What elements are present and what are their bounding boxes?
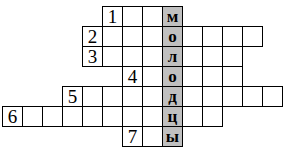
clue-cell-2[interactable]: 2	[82, 26, 103, 47]
grid-cell[interactable]	[122, 26, 143, 47]
grid-cell[interactable]	[102, 86, 123, 107]
clue-cell-4[interactable]: 4	[122, 66, 143, 87]
grid-cell[interactable]	[142, 26, 163, 47]
key-cell-м: м	[162, 6, 183, 27]
clue-cell-6[interactable]: 6	[2, 106, 23, 127]
grid-cell[interactable]	[222, 66, 243, 87]
grid-cell[interactable]	[202, 46, 223, 67]
grid-cell[interactable]	[62, 106, 83, 127]
grid-cell[interactable]	[142, 6, 163, 27]
key-cell-л: л	[162, 46, 183, 67]
grid-cell[interactable]	[142, 66, 163, 87]
clue-cell-7[interactable]: 7	[122, 126, 143, 147]
grid-cell[interactable]	[142, 126, 163, 147]
grid-cell[interactable]	[142, 86, 163, 107]
key-cell-ы: ы	[162, 126, 183, 147]
key-cell-о: о	[162, 26, 183, 47]
grid-cell[interactable]	[182, 106, 203, 127]
grid-cell[interactable]	[242, 26, 263, 47]
grid-cell[interactable]	[262, 86, 283, 107]
grid-cell[interactable]	[42, 106, 63, 127]
key-cell-ц: ц	[162, 106, 183, 127]
grid-cell[interactable]	[102, 46, 123, 67]
crossword-board: 1м2о3л4о5д6ц7ы	[0, 0, 291, 147]
grid-cell[interactable]	[22, 106, 43, 127]
grid-cell[interactable]	[142, 46, 163, 67]
grid-cell[interactable]	[202, 26, 223, 47]
grid-cell[interactable]	[202, 66, 223, 87]
grid-cell[interactable]	[102, 106, 123, 127]
grid-cell[interactable]	[202, 106, 223, 127]
grid-cell[interactable]	[82, 106, 103, 127]
grid-cell[interactable]	[122, 86, 143, 107]
grid-cell[interactable]	[242, 86, 263, 107]
clue-cell-5[interactable]: 5	[62, 86, 83, 107]
grid-cell[interactable]	[122, 46, 143, 67]
grid-cell[interactable]	[202, 86, 223, 107]
grid-cell[interactable]	[142, 106, 163, 127]
grid-cell[interactable]	[222, 46, 243, 67]
grid-cell[interactable]	[182, 66, 203, 87]
key-cell-д: д	[162, 86, 183, 107]
key-cell-о: о	[162, 66, 183, 87]
grid-cell[interactable]	[102, 26, 123, 47]
clue-cell-3[interactable]: 3	[82, 46, 103, 67]
clue-cell-1[interactable]: 1	[102, 6, 123, 27]
grid-cell[interactable]	[222, 86, 243, 107]
grid-cell[interactable]	[122, 6, 143, 27]
grid-cell[interactable]	[182, 46, 203, 67]
grid-cell[interactable]	[182, 26, 203, 47]
grid-cell[interactable]	[182, 86, 203, 107]
grid-cell[interactable]	[222, 26, 243, 47]
grid-cell[interactable]	[122, 106, 143, 127]
grid-cell[interactable]	[82, 86, 103, 107]
